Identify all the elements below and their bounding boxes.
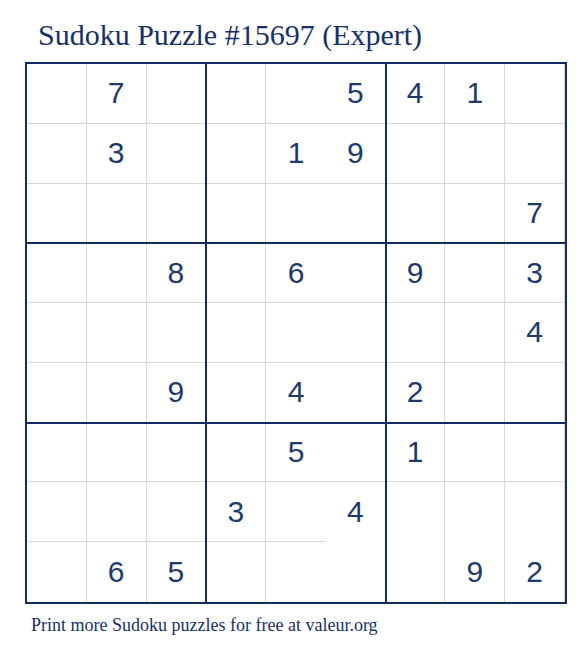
cell-r7c9 [505, 423, 565, 483]
cell-r1c2: 7 [87, 64, 147, 124]
cell-r4c8 [445, 243, 505, 303]
cell-r5c5 [266, 303, 326, 363]
cell-r4c3: 8 [147, 243, 207, 303]
cell-r3c1 [27, 184, 87, 244]
cell-r8c2 [87, 482, 147, 542]
page-title: Sudoku Puzzle #15697 (Expert) [38, 18, 422, 51]
cell-r7c8 [445, 423, 505, 483]
cell-r6c5: 4 [266, 363, 326, 423]
cell-r3c4 [206, 184, 266, 244]
cell-r3c7 [386, 184, 446, 244]
cell-r6c9 [505, 363, 565, 423]
cell-r6c7: 2 [386, 363, 446, 423]
cell-r3c3 [147, 184, 207, 244]
cell-r8c5 [266, 482, 326, 542]
cell-r9c4 [206, 542, 266, 602]
cell-r5c2 [87, 303, 147, 363]
cell-r1c7: 4 [386, 64, 446, 124]
cell-r4c9: 3 [505, 243, 565, 303]
cell-r6c6 [326, 363, 386, 423]
cell-r9c1 [27, 542, 87, 602]
cell-r8c7 [386, 482, 446, 542]
cell-r2c2: 3 [87, 124, 147, 184]
cell-r7c1 [27, 423, 87, 483]
cell-r6c1 [27, 363, 87, 423]
cell-r6c4 [206, 363, 266, 423]
cell-r9c3: 5 [147, 542, 207, 602]
cell-r3c8 [445, 184, 505, 244]
box-divider-vertical-2 [385, 64, 387, 602]
cell-r5c1 [27, 303, 87, 363]
cell-r3c2 [87, 184, 147, 244]
sudoku-grid: 754131978693494251346592 [25, 62, 567, 604]
footer-text: Print more Sudoku puzzles for free at va… [31, 615, 378, 637]
cell-r1c4 [206, 64, 266, 124]
cell-r1c9 [505, 64, 565, 124]
cell-r9c7 [386, 542, 446, 602]
cell-r5c3 [147, 303, 207, 363]
cell-r1c8: 1 [445, 64, 505, 124]
cell-r7c4 [206, 423, 266, 483]
cell-r8c6: 4 [326, 482, 386, 542]
box-divider-vertical-1 [205, 64, 207, 602]
cell-r4c2 [87, 243, 147, 303]
cell-r7c7: 1 [386, 423, 446, 483]
cell-r2c1 [27, 124, 87, 184]
cell-r9c5 [266, 542, 326, 602]
cell-r3c5 [266, 184, 326, 244]
cell-r9c9: 2 [505, 542, 565, 602]
cell-r8c4: 3 [206, 482, 266, 542]
cell-r3c6 [326, 184, 386, 244]
cell-r2c4 [206, 124, 266, 184]
cell-r6c3: 9 [147, 363, 207, 423]
cell-r7c6 [326, 423, 386, 483]
cell-r7c5: 5 [266, 423, 326, 483]
cell-r5c4 [206, 303, 266, 363]
cell-r4c7: 9 [386, 243, 446, 303]
cell-r2c5: 1 [266, 124, 326, 184]
cell-r4c1 [27, 243, 87, 303]
cell-r8c3 [147, 482, 207, 542]
box-divider-horizontal-1 [27, 242, 565, 244]
cell-r5c9: 4 [505, 303, 565, 363]
cell-r1c5 [266, 64, 326, 124]
cell-r4c6 [326, 243, 386, 303]
cell-r2c8 [445, 124, 505, 184]
cell-r3c9: 7 [505, 184, 565, 244]
cell-r1c3 [147, 64, 207, 124]
box-divider-horizontal-2 [27, 422, 565, 424]
cell-r9c8: 9 [445, 542, 505, 602]
cell-r5c6 [326, 303, 386, 363]
cell-r4c4 [206, 243, 266, 303]
cell-r8c1 [27, 482, 87, 542]
cell-r8c8 [445, 482, 505, 542]
cell-r9c6 [326, 542, 386, 602]
cell-r1c1 [27, 64, 87, 124]
cell-r5c8 [445, 303, 505, 363]
cell-r7c3 [147, 423, 207, 483]
cell-r2c9 [505, 124, 565, 184]
cell-r4c5: 6 [266, 243, 326, 303]
cell-r2c6: 9 [326, 124, 386, 184]
cell-r1c6: 5 [326, 64, 386, 124]
cell-r6c8 [445, 363, 505, 423]
cell-r6c2 [87, 363, 147, 423]
cell-r8c9 [505, 482, 565, 542]
cell-r9c2: 6 [87, 542, 147, 602]
cell-r5c7 [386, 303, 446, 363]
cell-r7c2 [87, 423, 147, 483]
cell-r2c7 [386, 124, 446, 184]
cell-r2c3 [147, 124, 207, 184]
